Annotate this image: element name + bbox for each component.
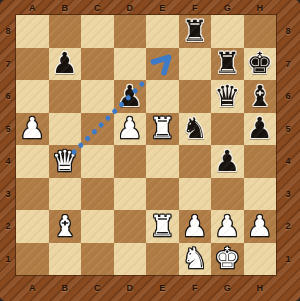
file-label-d: D <box>114 0 147 15</box>
square-h3[interactable] <box>244 178 277 211</box>
file-label-h: H <box>244 0 277 15</box>
file-labels-bottom: ABCDEFGH <box>16 275 276 301</box>
rank-label-7: 7 <box>0 48 16 81</box>
square-g7[interactable]: ♜ <box>211 48 244 81</box>
file-label-g: G <box>211 0 244 15</box>
piece-white-pawn[interactable]: ♟ <box>117 114 143 143</box>
square-a8[interactable] <box>16 15 49 48</box>
chess-board[interactable]: ♜♟♜♚♟♛♝♟♟♜♞♟♛♟♝♜♟♟♟♞♚ <box>16 15 276 275</box>
square-c3[interactable] <box>81 178 114 211</box>
square-c5[interactable] <box>81 113 114 146</box>
square-g4[interactable]: ♟ <box>211 145 244 178</box>
piece-white-rook[interactable]: ♜ <box>149 114 175 143</box>
square-h5[interactable]: ♟ <box>244 113 277 146</box>
square-f8[interactable]: ♜ <box>179 15 212 48</box>
square-b7[interactable]: ♟ <box>49 48 82 81</box>
piece-black-pawn[interactable]: ♟ <box>52 49 78 78</box>
square-c2[interactable] <box>81 210 114 243</box>
piece-black-king[interactable]: ♚ <box>247 49 273 78</box>
square-f6[interactable] <box>179 80 212 113</box>
square-f4[interactable] <box>179 145 212 178</box>
square-f1[interactable]: ♞ <box>179 243 212 276</box>
piece-white-queen[interactable]: ♛ <box>52 147 78 176</box>
rank-label-8: 8 <box>276 15 300 48</box>
square-a1[interactable] <box>16 243 49 276</box>
rank-label-2: 2 <box>0 210 16 243</box>
piece-black-pawn[interactable]: ♟ <box>247 114 273 143</box>
file-label-f: F <box>179 275 212 301</box>
square-g3[interactable] <box>211 178 244 211</box>
square-d5[interactable]: ♟ <box>114 113 147 146</box>
rank-label-8: 8 <box>0 15 16 48</box>
square-c4[interactable] <box>81 145 114 178</box>
rank-label-3: 3 <box>276 178 300 211</box>
square-a5[interactable]: ♟ <box>16 113 49 146</box>
square-a2[interactable] <box>16 210 49 243</box>
rank-label-6: 6 <box>0 80 16 113</box>
square-g1[interactable]: ♚ <box>211 243 244 276</box>
rank-label-3: 3 <box>0 178 16 211</box>
square-g6[interactable]: ♛ <box>211 80 244 113</box>
file-label-g: G <box>211 275 244 301</box>
file-labels-top: ABCDEFGH <box>16 0 276 15</box>
rank-label-5: 5 <box>276 113 300 146</box>
piece-black-queen[interactable]: ♛ <box>214 82 240 111</box>
piece-white-bishop[interactable]: ♝ <box>52 212 78 241</box>
square-e3[interactable] <box>146 178 179 211</box>
square-e5[interactable]: ♜ <box>146 113 179 146</box>
file-label-a: A <box>16 275 49 301</box>
rank-label-6: 6 <box>276 80 300 113</box>
rank-label-2: 2 <box>276 210 300 243</box>
square-a4[interactable] <box>16 145 49 178</box>
rank-labels-left: 87654321 <box>0 15 16 275</box>
piece-white-pawn[interactable]: ♟ <box>19 114 45 143</box>
square-a7[interactable] <box>16 48 49 81</box>
square-a6[interactable] <box>16 80 49 113</box>
square-d8[interactable] <box>114 15 147 48</box>
file-label-c: C <box>81 0 114 15</box>
square-b4[interactable]: ♛ <box>49 145 82 178</box>
rank-label-1: 1 <box>276 243 300 276</box>
square-d7[interactable] <box>114 48 147 81</box>
file-label-d: D <box>114 275 147 301</box>
square-d2[interactable] <box>114 210 147 243</box>
square-e7[interactable] <box>146 48 179 81</box>
piece-black-rook[interactable]: ♜ <box>182 17 208 46</box>
file-label-e: E <box>146 275 179 301</box>
square-f2[interactable]: ♟ <box>179 210 212 243</box>
square-e4[interactable] <box>146 145 179 178</box>
square-b2[interactable]: ♝ <box>49 210 82 243</box>
square-f3[interactable] <box>179 178 212 211</box>
square-c6[interactable] <box>81 80 114 113</box>
piece-white-rook[interactable]: ♜ <box>149 212 175 241</box>
square-b6[interactable] <box>49 80 82 113</box>
piece-white-knight[interactable]: ♞ <box>182 244 208 273</box>
square-c8[interactable] <box>81 15 114 48</box>
square-c7[interactable] <box>81 48 114 81</box>
square-f7[interactable] <box>179 48 212 81</box>
rank-labels-right: 87654321 <box>276 15 300 275</box>
piece-white-pawn[interactable]: ♟ <box>214 212 240 241</box>
file-label-a: A <box>16 0 49 15</box>
rank-label-4: 4 <box>276 145 300 178</box>
square-g8[interactable] <box>211 15 244 48</box>
square-e2[interactable]: ♜ <box>146 210 179 243</box>
square-h6[interactable]: ♝ <box>244 80 277 113</box>
square-e6[interactable] <box>146 80 179 113</box>
rank-label-1: 1 <box>0 243 16 276</box>
piece-black-rook[interactable]: ♜ <box>214 49 240 78</box>
rank-label-7: 7 <box>276 48 300 81</box>
piece-black-pawn[interactable]: ♟ <box>117 82 143 111</box>
file-label-f: F <box>179 0 212 15</box>
piece-white-pawn[interactable]: ♟ <box>247 212 273 241</box>
square-c1[interactable] <box>81 243 114 276</box>
piece-black-bishop[interactable]: ♝ <box>247 82 273 111</box>
square-a3[interactable] <box>16 178 49 211</box>
file-label-b: B <box>49 275 82 301</box>
square-e8[interactable] <box>146 15 179 48</box>
square-h2[interactable]: ♟ <box>244 210 277 243</box>
square-h1[interactable] <box>244 243 277 276</box>
rank-label-4: 4 <box>0 145 16 178</box>
piece-white-pawn[interactable]: ♟ <box>182 212 208 241</box>
square-d1[interactable] <box>114 243 147 276</box>
rank-label-5: 5 <box>0 113 16 146</box>
square-g2[interactable]: ♟ <box>211 210 244 243</box>
square-b5[interactable] <box>49 113 82 146</box>
chess-board-widget: ABCDEFGH ABCDEFGH 87654321 87654321 ♜♟♜♚… <box>0 0 300 301</box>
square-f5[interactable]: ♞ <box>179 113 212 146</box>
square-g5[interactable] <box>211 113 244 146</box>
square-d3[interactable] <box>114 178 147 211</box>
square-e1[interactable] <box>146 243 179 276</box>
file-label-h: H <box>244 275 277 301</box>
square-h4[interactable] <box>244 145 277 178</box>
piece-black-knight[interactable]: ♞ <box>182 114 208 143</box>
square-h8[interactable] <box>244 15 277 48</box>
file-label-e: E <box>146 0 179 15</box>
piece-white-king[interactable]: ♚ <box>214 244 240 273</box>
square-d6[interactable]: ♟ <box>114 80 147 113</box>
square-b3[interactable] <box>49 178 82 211</box>
file-label-b: B <box>49 0 82 15</box>
square-b1[interactable] <box>49 243 82 276</box>
square-d4[interactable] <box>114 145 147 178</box>
file-label-c: C <box>81 275 114 301</box>
square-b8[interactable] <box>49 15 82 48</box>
piece-black-pawn[interactable]: ♟ <box>214 147 240 176</box>
square-h7[interactable]: ♚ <box>244 48 277 81</box>
